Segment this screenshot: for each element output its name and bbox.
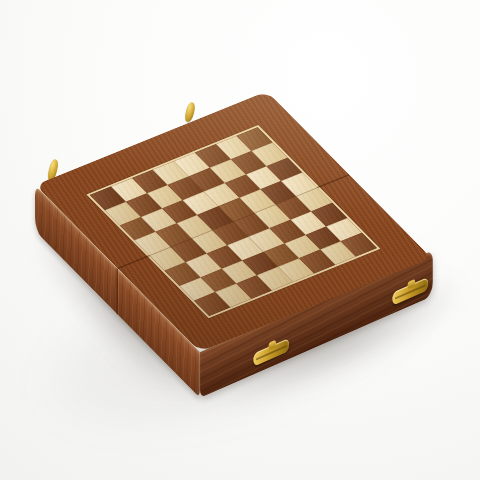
fold-seam-on-frame: [317, 174, 350, 188]
fold-seam-on-side: [116, 267, 117, 314]
fold-seam-on-frame: [117, 255, 150, 269]
brass-clasp-icon: [392, 277, 428, 306]
brass-clasp-icon: [253, 338, 289, 367]
product-photo-scene: [0, 0, 480, 480]
